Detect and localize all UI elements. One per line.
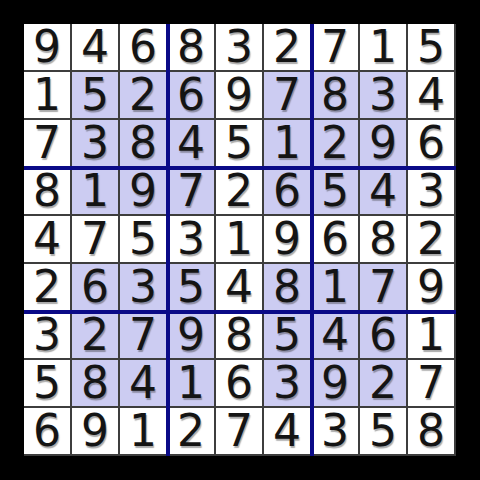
cell-r4c9[interactable]: 3 (408, 168, 456, 216)
cell-r8c5[interactable]: 6 (216, 360, 264, 408)
cell-r5c4[interactable]: 3 (168, 216, 216, 264)
cell-r2c8[interactable]: 3 (360, 72, 408, 120)
cell-r9c2[interactable]: 9 (72, 408, 120, 456)
cell-r6c2[interactable]: 6 (72, 264, 120, 312)
cell-r3c4[interactable]: 4 (168, 120, 216, 168)
cell-r5c8[interactable]: 8 (360, 216, 408, 264)
cell-r9c3[interactable]: 1 (120, 408, 168, 456)
cell-r5c3[interactable]: 5 (120, 216, 168, 264)
cell-r1c9[interactable]: 5 (408, 24, 456, 72)
cell-r6c5[interactable]: 4 (216, 264, 264, 312)
cell-r7c4[interactable]: 9 (168, 312, 216, 360)
cell-r3c8[interactable]: 9 (360, 120, 408, 168)
cell-r2c6[interactable]: 7 (264, 72, 312, 120)
cell-r2c1[interactable]: 1 (24, 72, 72, 120)
cell-r9c5[interactable]: 7 (216, 408, 264, 456)
cell-r3c6[interactable]: 1 (264, 120, 312, 168)
cell-r8c6[interactable]: 3 (264, 360, 312, 408)
cell-r3c2[interactable]: 3 (72, 120, 120, 168)
cell-r1c2[interactable]: 4 (72, 24, 120, 72)
cell-r8c4[interactable]: 1 (168, 360, 216, 408)
cell-r9c9[interactable]: 8 (408, 408, 456, 456)
cell-r8c3[interactable]: 4 (120, 360, 168, 408)
cell-r2c5[interactable]: 9 (216, 72, 264, 120)
cell-r3c9[interactable]: 6 (408, 120, 456, 168)
cell-r6c1[interactable]: 2 (24, 264, 72, 312)
cell-r7c7[interactable]: 4 (312, 312, 360, 360)
cell-r9c4[interactable]: 2 (168, 408, 216, 456)
cell-r4c8[interactable]: 4 (360, 168, 408, 216)
cell-r5c2[interactable]: 7 (72, 216, 120, 264)
cell-r7c5[interactable]: 8 (216, 312, 264, 360)
cell-r7c3[interactable]: 7 (120, 312, 168, 360)
cell-r1c1[interactable]: 9 (24, 24, 72, 72)
cell-r6c3[interactable]: 3 (120, 264, 168, 312)
cell-r8c1[interactable]: 5 (24, 360, 72, 408)
cell-r4c5[interactable]: 2 (216, 168, 264, 216)
cell-r9c8[interactable]: 5 (360, 408, 408, 456)
cell-r4c3[interactable]: 9 (120, 168, 168, 216)
cell-r8c8[interactable]: 2 (360, 360, 408, 408)
cell-r9c7[interactable]: 3 (312, 408, 360, 456)
cell-r8c2[interactable]: 8 (72, 360, 120, 408)
cell-r7c8[interactable]: 6 (360, 312, 408, 360)
cell-r9c1[interactable]: 6 (24, 408, 72, 456)
cell-r5c5[interactable]: 1 (216, 216, 264, 264)
cell-r7c1[interactable]: 3 (24, 312, 72, 360)
cell-r2c3[interactable]: 2 (120, 72, 168, 120)
cell-r5c1[interactable]: 4 (24, 216, 72, 264)
cell-r3c5[interactable]: 5 (216, 120, 264, 168)
cell-r6c4[interactable]: 5 (168, 264, 216, 312)
cell-r7c6[interactable]: 5 (264, 312, 312, 360)
cell-r1c3[interactable]: 6 (120, 24, 168, 72)
cell-r4c7[interactable]: 5 (312, 168, 360, 216)
cell-r1c5[interactable]: 3 (216, 24, 264, 72)
cell-r8c7[interactable]: 9 (312, 360, 360, 408)
cell-r4c1[interactable]: 8 (24, 168, 72, 216)
cell-r6c6[interactable]: 8 (264, 264, 312, 312)
cell-r6c9[interactable]: 9 (408, 264, 456, 312)
cell-r2c4[interactable]: 6 (168, 72, 216, 120)
sudoku-board: 9468327151526978347384512968197265434753… (24, 24, 456, 456)
cell-r3c7[interactable]: 2 (312, 120, 360, 168)
cell-r6c8[interactable]: 7 (360, 264, 408, 312)
cell-r8c9[interactable]: 7 (408, 360, 456, 408)
cell-r5c7[interactable]: 6 (312, 216, 360, 264)
cell-r2c2[interactable]: 5 (72, 72, 120, 120)
cell-r2c7[interactable]: 8 (312, 72, 360, 120)
cell-r1c7[interactable]: 7 (312, 24, 360, 72)
cell-r6c7[interactable]: 1 (312, 264, 360, 312)
cell-r3c3[interactable]: 8 (120, 120, 168, 168)
cell-r2c9[interactable]: 4 (408, 72, 456, 120)
cell-r4c4[interactable]: 7 (168, 168, 216, 216)
cell-r3c1[interactable]: 7 (24, 120, 72, 168)
cell-r7c9[interactable]: 1 (408, 312, 456, 360)
cell-r1c6[interactable]: 2 (264, 24, 312, 72)
cell-r4c2[interactable]: 1 (72, 168, 120, 216)
cell-r9c6[interactable]: 4 (264, 408, 312, 456)
cell-r1c4[interactable]: 8 (168, 24, 216, 72)
cell-r5c9[interactable]: 2 (408, 216, 456, 264)
cell-r5c6[interactable]: 9 (264, 216, 312, 264)
cell-r1c8[interactable]: 1 (360, 24, 408, 72)
cell-r7c2[interactable]: 2 (72, 312, 120, 360)
cell-r4c6[interactable]: 6 (264, 168, 312, 216)
